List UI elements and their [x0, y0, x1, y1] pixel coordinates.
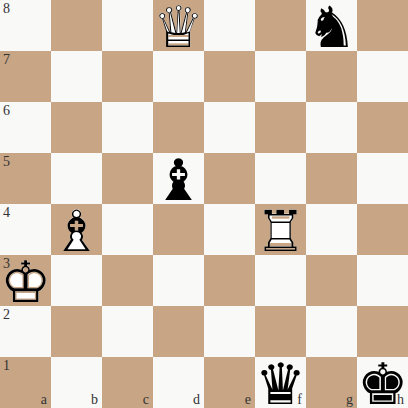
square-f4[interactable]: ♜♖ [255, 204, 306, 255]
square-b7[interactable] [51, 51, 102, 102]
square-h8[interactable] [357, 0, 408, 51]
square-e4[interactable] [204, 204, 255, 255]
white-rook-icon: ♖ [255, 204, 306, 255]
square-b5[interactable] [51, 153, 102, 204]
square-h2[interactable] [357, 306, 408, 357]
square-h6[interactable] [357, 102, 408, 153]
square-a6[interactable]: 6 [0, 102, 51, 153]
square-d2[interactable] [153, 306, 204, 357]
rank-label-4: 4 [3, 205, 10, 220]
chess-board-container: 8♛♕♞765♝4♝♗♜♖3♚♔21abcdef♛gh♚ [0, 0, 408, 408]
square-h1[interactable]: h♚ [357, 357, 408, 408]
square-b6[interactable] [51, 102, 102, 153]
square-c1[interactable]: c [102, 357, 153, 408]
square-a4[interactable]: 4 [0, 204, 51, 255]
file-label-f: f [297, 392, 302, 408]
square-g6[interactable] [306, 102, 357, 153]
square-e1[interactable]: e [204, 357, 255, 408]
rank-label-7: 7 [3, 52, 10, 67]
square-e5[interactable] [204, 153, 255, 204]
square-c3[interactable] [102, 255, 153, 306]
rank-label-3: 3 [3, 256, 10, 271]
square-e3[interactable] [204, 255, 255, 306]
square-f6[interactable] [255, 102, 306, 153]
square-g5[interactable] [306, 153, 357, 204]
rank-label-2: 2 [3, 307, 10, 322]
square-g1[interactable]: g [306, 357, 357, 408]
file-label-c: c [143, 392, 149, 408]
file-label-a: a [41, 392, 47, 408]
square-d1[interactable]: d [153, 357, 204, 408]
square-b1[interactable]: b [51, 357, 102, 408]
file-label-h: h [397, 392, 404, 408]
black-knight-g8[interactable]: ♞ [306, 0, 357, 51]
rank-label-8: 8 [3, 1, 10, 16]
white-bishop-icon: ♗ [51, 204, 102, 255]
square-d8[interactable]: ♛♕ [153, 0, 204, 51]
square-c4[interactable] [102, 204, 153, 255]
square-d6[interactable] [153, 102, 204, 153]
square-a1[interactable]: 1a [0, 357, 51, 408]
square-f2[interactable] [255, 306, 306, 357]
square-f8[interactable] [255, 0, 306, 51]
square-e8[interactable] [204, 0, 255, 51]
black-bishop-icon: ♝ [153, 153, 204, 204]
square-a8[interactable]: 8 [0, 0, 51, 51]
square-e6[interactable] [204, 102, 255, 153]
square-a5[interactable]: 5 [0, 153, 51, 204]
square-f5[interactable] [255, 153, 306, 204]
square-c5[interactable] [102, 153, 153, 204]
white-rook-f4[interactable]: ♜♖ [255, 204, 306, 255]
square-f7[interactable] [255, 51, 306, 102]
square-a3[interactable]: 3♚♔ [0, 255, 51, 306]
square-e7[interactable] [204, 51, 255, 102]
square-a7[interactable]: 7 [0, 51, 51, 102]
square-b8[interactable] [51, 0, 102, 51]
rank-label-6: 6 [3, 103, 10, 118]
file-label-e: e [245, 392, 251, 408]
square-g4[interactable] [306, 204, 357, 255]
square-c8[interactable] [102, 0, 153, 51]
square-g8[interactable]: ♞ [306, 0, 357, 51]
square-c6[interactable] [102, 102, 153, 153]
white-queen-d8[interactable]: ♛♕ [153, 0, 204, 51]
square-h7[interactable] [357, 51, 408, 102]
file-label-b: b [91, 392, 98, 408]
white-bishop-b4[interactable]: ♝♗ [51, 204, 102, 255]
rank-label-5: 5 [3, 154, 10, 169]
black-knight-icon: ♞ [306, 0, 357, 51]
square-d5[interactable]: ♝ [153, 153, 204, 204]
square-h5[interactable] [357, 153, 408, 204]
square-b2[interactable] [51, 306, 102, 357]
square-h4[interactable] [357, 204, 408, 255]
square-b4[interactable]: ♝♗ [51, 204, 102, 255]
chess-board: 8♛♕♞765♝4♝♗♜♖3♚♔21abcdef♛gh♚ [0, 0, 408, 408]
square-f1[interactable]: f♛ [255, 357, 306, 408]
file-label-g: g [346, 392, 353, 408]
square-h3[interactable] [357, 255, 408, 306]
square-c2[interactable] [102, 306, 153, 357]
white-queen-icon: ♕ [153, 0, 204, 51]
square-e2[interactable] [204, 306, 255, 357]
square-c7[interactable] [102, 51, 153, 102]
rank-label-1: 1 [3, 358, 10, 373]
black-bishop-d5[interactable]: ♝ [153, 153, 204, 204]
file-label-d: d [193, 392, 200, 408]
square-d3[interactable] [153, 255, 204, 306]
square-g2[interactable] [306, 306, 357, 357]
square-g3[interactable] [306, 255, 357, 306]
